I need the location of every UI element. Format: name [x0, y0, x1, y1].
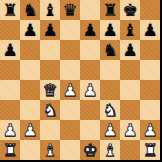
piece-white-knight: ♞: [102, 100, 117, 120]
piece-white-pawn: ♟: [2, 120, 17, 140]
square-f4[interactable]: [100, 80, 120, 100]
piece-black-bishop: ♝: [42, 0, 57, 20]
square-b8[interactable]: ♞: [20, 0, 40, 20]
square-d6[interactable]: [60, 40, 80, 60]
piece-black-knight: ♞: [22, 0, 37, 20]
piece-black-pawn: ♟: [102, 20, 117, 40]
square-a5[interactable]: [0, 60, 20, 80]
piece-white-rook: ♜: [142, 140, 157, 160]
square-h6[interactable]: [140, 40, 160, 60]
square-b4[interactable]: [20, 80, 40, 100]
piece-black-pawn: ♟: [2, 40, 17, 60]
square-f8[interactable]: ♜: [100, 0, 120, 20]
chessboard: ♜♞♝♛♜♚♟♟♟♟♝♟♟♞♟♛♟♟♞♞♟♟♟♟♟♜♝♚♝♜: [0, 0, 160, 160]
square-h4[interactable]: [140, 80, 160, 100]
square-g7[interactable]: ♝: [120, 20, 140, 40]
square-f7[interactable]: ♟: [100, 20, 120, 40]
piece-black-pawn: ♟: [122, 40, 137, 60]
square-f1[interactable]: ♝: [100, 140, 120, 160]
square-d4[interactable]: ♟: [60, 80, 80, 100]
chessboard-frame: ♜♞♝♛♜♚♟♟♟♟♝♟♟♞♟♛♟♟♞♞♟♟♟♟♟♜♝♚♝♜: [0, 0, 162, 162]
square-a4[interactable]: [0, 80, 20, 100]
piece-black-pawn: ♟: [142, 20, 157, 40]
square-f5[interactable]: [100, 60, 120, 80]
square-f6[interactable]: ♞: [100, 40, 120, 60]
square-c6[interactable]: [40, 40, 60, 60]
piece-white-pawn: ♟: [82, 80, 97, 100]
square-g1[interactable]: [120, 140, 140, 160]
square-b6[interactable]: [20, 40, 40, 60]
square-c5[interactable]: [40, 60, 60, 80]
piece-white-pawn: ♟: [122, 120, 137, 140]
square-d8[interactable]: ♛: [60, 0, 80, 20]
square-a7[interactable]: [0, 20, 20, 40]
square-g3[interactable]: [120, 100, 140, 120]
piece-black-queen: ♛: [62, 0, 77, 20]
square-g8[interactable]: ♚: [120, 0, 140, 20]
square-e2[interactable]: [80, 120, 100, 140]
square-d3[interactable]: [60, 100, 80, 120]
piece-white-bishop: ♝: [42, 140, 57, 160]
square-d1[interactable]: [60, 140, 80, 160]
square-h1[interactable]: ♜: [140, 140, 160, 160]
square-e6[interactable]: [80, 40, 100, 60]
piece-white-bishop: ♝: [102, 140, 117, 160]
square-f3[interactable]: ♞: [100, 100, 120, 120]
piece-white-pawn: ♟: [142, 120, 157, 140]
square-f2[interactable]: ♟: [100, 120, 120, 140]
square-e3[interactable]: [80, 100, 100, 120]
square-h8[interactable]: [140, 0, 160, 20]
square-g6[interactable]: ♟: [120, 40, 140, 60]
square-d5[interactable]: [60, 60, 80, 80]
piece-white-knight: ♞: [42, 100, 57, 120]
piece-white-rook: ♜: [2, 140, 17, 160]
piece-black-king: ♚: [122, 0, 137, 20]
piece-black-rook: ♜: [2, 0, 17, 20]
square-e5[interactable]: [80, 60, 100, 80]
square-a2[interactable]: ♟: [0, 120, 20, 140]
square-g4[interactable]: [120, 80, 140, 100]
piece-white-pawn: ♟: [22, 120, 37, 140]
square-h3[interactable]: [140, 100, 160, 120]
square-c7[interactable]: ♟: [40, 20, 60, 40]
square-c4[interactable]: ♛: [40, 80, 60, 100]
square-b1[interactable]: [20, 140, 40, 160]
piece-white-pawn: ♟: [102, 120, 117, 140]
square-h5[interactable]: [140, 60, 160, 80]
square-b3[interactable]: [20, 100, 40, 120]
piece-black-pawn: ♟: [42, 20, 57, 40]
square-b2[interactable]: ♟: [20, 120, 40, 140]
square-b7[interactable]: ♟: [20, 20, 40, 40]
square-e8[interactable]: [80, 0, 100, 20]
piece-white-pawn: ♟: [62, 80, 77, 100]
piece-white-queen: ♛: [42, 80, 57, 100]
piece-black-pawn: ♟: [82, 20, 97, 40]
piece-white-king: ♚: [82, 140, 97, 160]
square-e1[interactable]: ♚: [80, 140, 100, 160]
square-b5[interactable]: [20, 60, 40, 80]
square-e7[interactable]: ♟: [80, 20, 100, 40]
piece-black-bishop: ♝: [122, 20, 137, 40]
square-a6[interactable]: ♟: [0, 40, 20, 60]
square-e4[interactable]: ♟: [80, 80, 100, 100]
piece-black-pawn: ♟: [22, 20, 37, 40]
square-c1[interactable]: ♝: [40, 140, 60, 160]
square-g2[interactable]: ♟: [120, 120, 140, 140]
square-a3[interactable]: [0, 100, 20, 120]
square-h2[interactable]: ♟: [140, 120, 160, 140]
square-c8[interactable]: ♝: [40, 0, 60, 20]
piece-black-rook: ♜: [102, 0, 117, 20]
square-c2[interactable]: [40, 120, 60, 140]
square-d7[interactable]: [60, 20, 80, 40]
square-h7[interactable]: ♟: [140, 20, 160, 40]
square-g5[interactable]: [120, 60, 140, 80]
piece-black-knight: ♞: [102, 40, 117, 60]
square-d2[interactable]: [60, 120, 80, 140]
square-a1[interactable]: ♜: [0, 140, 20, 160]
square-c3[interactable]: ♞: [40, 100, 60, 120]
square-a8[interactable]: ♜: [0, 0, 20, 20]
